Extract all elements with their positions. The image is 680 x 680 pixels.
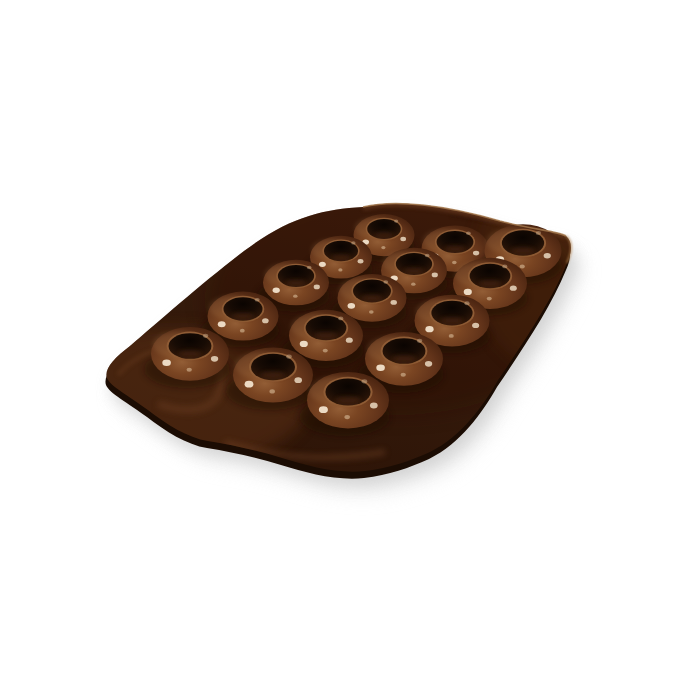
- screenshot-canvas: [0, 0, 680, 680]
- product-photo: [0, 0, 680, 680]
